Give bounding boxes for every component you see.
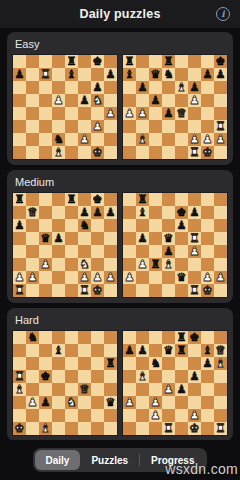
white-pawn: ♟ [124, 107, 134, 120]
black-rook: ♜ [14, 193, 24, 206]
black-bishop: ♝ [202, 344, 212, 357]
square-b6 [136, 219, 149, 232]
square-e3: ♞ [65, 396, 78, 409]
square-a8: ♜ [13, 193, 26, 206]
square-d8: ♜ [162, 55, 175, 68]
black-pawn: ♟ [124, 344, 134, 357]
black-rook: ♜ [137, 193, 147, 206]
square-f4 [78, 245, 91, 258]
white-rook: ♜ [189, 146, 199, 159]
hard-puzzle-board-2[interactable]: ♜♚♟♟♛♜♝♛♞♟♝♝♟♟♟♟♟♟♟♜♚♜ [122, 330, 228, 436]
section-label-easy: Easy [15, 38, 228, 51]
square-h4 [214, 107, 227, 120]
square-b3: ♟ [136, 258, 149, 271]
square-d1 [52, 422, 65, 435]
square-a7: ♝ [123, 68, 136, 81]
white-queen: ♛ [27, 206, 37, 219]
square-g6 [201, 81, 214, 94]
hard-puzzle-board-1[interactable]: ♞♝♜♜♚♝♛♟♟♞♛♚♝ [12, 330, 118, 436]
square-c2 [39, 133, 52, 146]
square-a8: ♜ [123, 55, 136, 68]
square-g5 [201, 370, 214, 383]
square-e3 [175, 258, 188, 271]
square-a2 [123, 409, 136, 422]
white-bishop: ♝ [176, 81, 186, 94]
white-pawn: ♟ [27, 271, 37, 284]
square-d2: ♞ [52, 133, 65, 146]
black-knight: ♞ [53, 133, 63, 146]
square-h8: ♚ [214, 55, 227, 68]
square-g7: ♝ [201, 344, 214, 357]
black-pawn: ♟ [79, 94, 89, 107]
black-queen: ♛ [163, 344, 173, 357]
square-e2: ♛ [175, 271, 188, 284]
square-g8 [91, 331, 104, 344]
square-f3 [188, 120, 201, 133]
white-rook: ♜ [215, 422, 225, 435]
square-f6 [188, 219, 201, 232]
square-h2: ♟ [214, 133, 227, 146]
square-d1: ♜ [162, 422, 175, 435]
black-rook: ♜ [163, 55, 173, 68]
header-bar: Daily puzzles i [0, 0, 240, 28]
square-b8 [136, 55, 149, 68]
black-pawn: ♟ [40, 396, 50, 409]
square-g1: ♚ [91, 146, 104, 159]
black-bishop: ♝ [66, 68, 76, 81]
square-e6 [65, 219, 78, 232]
black-pawn: ♟ [163, 107, 173, 120]
square-d5: ♟ [52, 94, 65, 107]
square-d3 [52, 258, 65, 271]
app: Daily puzzles i Easy ♜♚♟♜♝♟♟♟♟♞♟♟♞♟♝♚ ♜♜… [0, 0, 240, 480]
square-f2: ♟ [188, 409, 201, 422]
square-g1: ♚ [91, 284, 104, 297]
square-b3 [136, 120, 149, 133]
white-pawn: ♟ [189, 245, 199, 258]
black-pawn: ♟ [176, 383, 186, 396]
white-pawn: ♟ [105, 107, 115, 120]
square-a6: ♟ [13, 219, 26, 232]
square-d6 [52, 81, 65, 94]
black-pawn: ♟ [137, 232, 147, 245]
square-b5 [26, 94, 39, 107]
square-e8: ♜ [65, 55, 78, 68]
white-pawn: ♟ [137, 107, 147, 120]
easy-boards: ♜♚♟♜♝♟♟♟♟♞♟♟♞♟♝♚ ♜♜♚♝♛♞♟♟♟♝♟♟♟♟♟♟♛♜♝♟♟♟♜… [12, 54, 228, 160]
white-pawn: ♟ [189, 133, 199, 146]
white-king: ♚ [202, 284, 212, 297]
square-d3: ♝ [162, 258, 175, 271]
square-a3 [123, 120, 136, 133]
square-b7: ♛ [26, 206, 39, 219]
square-b7 [26, 68, 39, 81]
square-f6 [78, 357, 91, 370]
square-c8 [39, 55, 52, 68]
black-rook: ♜ [176, 331, 186, 344]
square-h6 [214, 81, 227, 94]
square-c3 [149, 120, 162, 133]
square-b4: ♟ [136, 107, 149, 120]
black-pawn: ♟ [105, 206, 115, 219]
square-f8 [188, 55, 201, 68]
square-c5 [39, 94, 52, 107]
black-queen: ♛ [163, 232, 173, 245]
square-g1 [201, 422, 214, 435]
square-e2 [65, 271, 78, 284]
square-c1 [149, 146, 162, 159]
white-pawn: ♟ [215, 133, 225, 146]
square-b2 [26, 133, 39, 146]
square-a6 [13, 81, 26, 94]
square-e4: ♛ [175, 107, 188, 120]
square-b2: ♝ [136, 133, 149, 146]
square-g5 [201, 94, 214, 107]
square-c2 [149, 271, 162, 284]
white-bishop: ♝ [14, 383, 24, 396]
square-g6: ♟ [91, 81, 104, 94]
square-b8 [136, 331, 149, 344]
square-d2 [52, 409, 65, 422]
square-a1 [123, 422, 136, 435]
square-a4: ♟ [123, 107, 136, 120]
square-f8: ♚ [188, 331, 201, 344]
square-d5: ♟ [52, 232, 65, 245]
white-bishop: ♝ [137, 370, 147, 383]
square-h4 [214, 383, 227, 396]
white-rook: ♜ [189, 232, 199, 245]
white-pawn: ♟ [53, 94, 63, 107]
square-e1 [175, 284, 188, 297]
square-f6 [78, 81, 91, 94]
square-e7: ♚ [175, 206, 188, 219]
square-a2: ♟ [13, 271, 26, 284]
square-f5: ♟ [188, 370, 201, 383]
black-king: ♚ [215, 55, 225, 68]
square-c1 [39, 284, 52, 297]
square-g3 [91, 396, 104, 409]
white-bishop: ♝ [137, 133, 147, 146]
square-c6 [149, 81, 162, 94]
white-rook: ♜ [40, 68, 50, 81]
square-h3: ♛ [104, 396, 117, 409]
square-g2: ♟ [91, 271, 104, 284]
white-knight: ♞ [66, 396, 76, 409]
section-hard: Hard ♞♝♜♜♚♝♛♟♟♞♛♚♝ ♜♚♟♟♛♜♝♛♞♟♝♝♟♟♟♟♟♟♟♜♚… [7, 308, 233, 441]
square-f8 [188, 193, 201, 206]
square-f5: ♟ [78, 94, 91, 107]
square-b4 [26, 107, 39, 120]
easy-puzzle-board-2[interactable]: ♜♜♚♝♛♞♟♟♟♝♟♟♟♟♟♟♛♜♝♟♟♟♜♚ [122, 54, 228, 160]
square-b5: ♝ [136, 370, 149, 383]
square-h6 [104, 81, 117, 94]
square-c7 [149, 206, 162, 219]
square-f1 [78, 422, 91, 435]
square-d1 [52, 284, 65, 297]
square-a5 [13, 232, 26, 245]
square-a4 [123, 383, 136, 396]
square-f2: ♟ [188, 133, 201, 146]
square-h8 [214, 331, 227, 344]
square-a3 [13, 120, 26, 133]
section-medium: Medium ♜♜♚♛♟♟♟♟♞♛♟♟♞♟♟♟♟♟♜♜♚ ♜♝♚♟♟♟♛♜♟♟♟… [7, 170, 233, 303]
square-e6 [175, 357, 188, 370]
square-b7: ♝ [136, 206, 149, 219]
square-h3 [104, 120, 117, 133]
medium-boards: ♜♜♚♛♟♟♟♟♞♛♟♟♞♟♟♟♟♟♜♜♚ ♜♝♚♟♟♟♛♜♟♟♟♜♝♟♛♟♟♜… [12, 192, 228, 298]
square-g8: ♚ [91, 55, 104, 68]
square-g3 [201, 258, 214, 271]
tab-puzzles[interactable]: Puzzles [80, 450, 139, 470]
black-knight: ♞ [79, 219, 89, 232]
square-d8 [162, 193, 175, 206]
white-rook: ♜ [163, 422, 173, 435]
square-g1: ♚ [201, 284, 214, 297]
square-b6 [26, 81, 39, 94]
square-h8 [214, 193, 227, 206]
square-g6 [201, 219, 214, 232]
white-pawn: ♟ [79, 271, 89, 284]
square-c1 [39, 146, 52, 159]
square-a7: ♟ [13, 68, 26, 81]
square-a3 [123, 258, 136, 271]
square-f5 [78, 232, 91, 245]
white-bishop: ♝ [163, 258, 173, 271]
medium-puzzle-board-2[interactable]: ♜♝♚♟♟♟♛♜♟♟♟♜♝♟♛♟♟♜♚ [122, 192, 228, 298]
square-e4 [65, 245, 78, 258]
square-d3 [162, 120, 175, 133]
square-d1: ♝ [52, 146, 65, 159]
square-b2 [136, 409, 149, 422]
black-rook: ♜ [66, 193, 76, 206]
square-f1: ♚ [188, 422, 201, 435]
square-c1 [149, 422, 162, 435]
square-a5 [123, 370, 136, 383]
square-h6 [104, 219, 117, 232]
square-g7: ♟ [201, 68, 214, 81]
square-h1 [104, 284, 117, 297]
square-g3 [201, 120, 214, 133]
section-label-hard: Hard [15, 314, 228, 327]
square-a3: ♟ [123, 396, 136, 409]
square-h4 [214, 245, 227, 258]
white-pawn: ♟ [124, 396, 134, 409]
square-c7 [39, 206, 52, 219]
black-pawn: ♟ [92, 81, 102, 94]
square-a7 [123, 206, 136, 219]
square-f5 [78, 370, 91, 383]
square-g8: ♚ [91, 193, 104, 206]
square-h1 [104, 146, 117, 159]
black-rook: ♜ [176, 344, 186, 357]
square-a8 [13, 331, 26, 344]
square-b3 [26, 120, 39, 133]
square-c1: ♝ [39, 422, 52, 435]
square-b6: ♟ [136, 81, 149, 94]
square-d2 [162, 271, 175, 284]
square-f7 [78, 344, 91, 357]
square-c7 [149, 344, 162, 357]
square-h6 [214, 219, 227, 232]
square-d4: ♟ [162, 245, 175, 258]
white-king: ♚ [92, 146, 102, 159]
tab-progress[interactable]: Progress [140, 450, 205, 470]
square-a2 [13, 409, 26, 422]
square-c3: ♜ [149, 258, 162, 271]
square-a4 [123, 245, 136, 258]
white-pawn: ♟ [215, 271, 225, 284]
square-d3 [52, 396, 65, 409]
square-h1: ♜ [214, 422, 227, 435]
square-b1 [136, 284, 149, 297]
square-f3 [78, 396, 91, 409]
square-e6 [65, 357, 78, 370]
square-g3 [91, 258, 104, 271]
square-d7: ♞ [162, 68, 175, 81]
square-h2 [104, 409, 117, 422]
white-pawn: ♟ [150, 409, 160, 422]
info-button[interactable]: i [216, 7, 230, 21]
black-king: ♚ [92, 55, 102, 68]
square-c6: ♞ [149, 357, 162, 370]
square-c3: ♟ [39, 396, 52, 409]
section-label-medium: Medium [15, 176, 228, 189]
square-c6 [39, 357, 52, 370]
easy-puzzle-board-1[interactable]: ♜♚♟♜♝♟♟♟♟♞♟♟♞♟♝♚ [12, 54, 118, 160]
square-e4 [175, 245, 188, 258]
square-e3 [175, 396, 188, 409]
square-e1 [65, 284, 78, 297]
square-c5: ♟ [149, 94, 162, 107]
black-pawn: ♟ [53, 232, 63, 245]
square-e8: ♜ [65, 193, 78, 206]
square-a4 [13, 245, 26, 258]
square-c4 [149, 107, 162, 120]
square-a8 [123, 193, 136, 206]
square-c3: ♟ [149, 396, 162, 409]
square-f6 [188, 357, 201, 370]
square-h7: ♛ [214, 344, 227, 357]
white-pawn: ♟ [189, 409, 199, 422]
square-h5 [214, 232, 227, 245]
square-d7: ♛ [162, 344, 175, 357]
square-g8 [201, 193, 214, 206]
square-g2 [91, 133, 104, 146]
square-g6: ♟ [201, 357, 214, 370]
square-c7 [39, 344, 52, 357]
square-a2: ♟ [123, 271, 136, 284]
square-d4 [52, 383, 65, 396]
square-h1 [214, 284, 227, 297]
square-b3 [136, 396, 149, 409]
square-c4 [149, 245, 162, 258]
square-e6 [65, 81, 78, 94]
square-a1: ♚ [13, 422, 26, 435]
square-a7: ♟ [123, 344, 136, 357]
black-rook: ♜ [105, 357, 115, 370]
white-pawn: ♟ [79, 133, 89, 146]
square-d1 [162, 284, 175, 297]
square-h2 [214, 409, 227, 422]
medium-puzzle-board-1[interactable]: ♜♜♚♛♟♟♟♟♞♛♟♟♞♟♟♟♟♟♜♜♚ [12, 192, 118, 298]
square-d2 [52, 271, 65, 284]
black-knight: ♞ [163, 68, 173, 81]
puzzle-list: Easy ♜♚♟♜♝♟♟♟♟♞♟♟♞♟♝♚ ♜♜♚♝♛♞♟♟♟♝♟♟♟♟♟♟♛♜… [0, 28, 240, 441]
square-e5 [175, 370, 188, 383]
white-rook: ♜ [14, 370, 24, 383]
white-king: ♚ [14, 422, 24, 435]
white-pawn: ♟ [105, 271, 115, 284]
square-d6 [52, 357, 65, 370]
square-d8 [162, 331, 175, 344]
square-f1: ♜ [188, 146, 201, 159]
square-f2 [78, 409, 91, 422]
black-pawn: ♟ [105, 68, 115, 81]
square-g2 [201, 409, 214, 422]
white-pawn: ♟ [92, 271, 102, 284]
black-king: ♚ [176, 206, 186, 219]
square-e1 [65, 146, 78, 159]
square-a5: ♜ [13, 370, 26, 383]
square-c7: ♜ [39, 68, 52, 81]
square-h8 [104, 55, 117, 68]
square-f7: ♟ [188, 206, 201, 219]
square-g4 [91, 383, 104, 396]
tab-daily[interactable]: Daily [35, 450, 81, 470]
white-bishop: ♝ [40, 422, 50, 435]
square-b5 [26, 370, 39, 383]
square-d3 [52, 120, 65, 133]
square-b1 [136, 146, 149, 159]
square-h7 [214, 206, 227, 219]
white-pawn: ♟ [202, 271, 212, 284]
square-f7 [188, 344, 201, 357]
square-e5 [175, 94, 188, 107]
square-b4 [136, 245, 149, 258]
square-d5 [52, 370, 65, 383]
square-a8 [123, 331, 136, 344]
square-e2 [65, 133, 78, 146]
square-g3 [201, 396, 214, 409]
square-b6 [136, 357, 149, 370]
black-bishop: ♝ [124, 68, 134, 81]
square-h5 [104, 232, 117, 245]
white-pawn: ♟ [189, 94, 199, 107]
square-d6 [52, 219, 65, 232]
square-b7 [26, 344, 39, 357]
white-pawn: ♟ [163, 383, 173, 396]
white-rook: ♜ [14, 284, 24, 297]
square-f2: ♟ [78, 271, 91, 284]
black-rook: ♜ [124, 55, 134, 68]
square-f8 [78, 55, 91, 68]
square-g8 [201, 331, 214, 344]
white-pawn: ♟ [124, 271, 134, 284]
square-c6 [39, 219, 52, 232]
square-d7: ♝ [52, 344, 65, 357]
square-e8 [175, 55, 188, 68]
square-a5 [123, 94, 136, 107]
square-a4 [13, 107, 26, 120]
square-e5 [65, 232, 78, 245]
square-b5: ♟ [136, 232, 149, 245]
square-c4 [39, 107, 52, 120]
square-c8 [149, 331, 162, 344]
white-queen: ♛ [215, 344, 225, 357]
square-b8 [26, 193, 39, 206]
square-f1: ♜ [78, 284, 91, 297]
square-b4 [26, 245, 39, 258]
